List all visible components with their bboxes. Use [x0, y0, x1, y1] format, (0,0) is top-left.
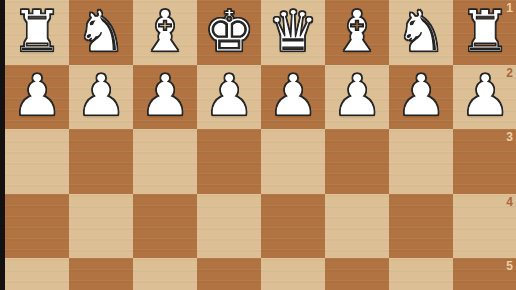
- square-g2[interactable]: ♟: [69, 65, 133, 130]
- square-a4[interactable]: 4: [453, 194, 516, 259]
- square-f3[interactable]: [133, 129, 197, 194]
- white-pawn[interactable]: ♟: [203, 67, 254, 124]
- white-king[interactable]: ♚: [203, 3, 254, 60]
- rank-label-2: 2: [506, 67, 513, 79]
- square-f1[interactable]: ♝: [133, 0, 197, 65]
- square-c3[interactable]: [325, 129, 389, 194]
- square-h5[interactable]: [5, 258, 69, 290]
- white-pawn[interactable]: ♟: [331, 67, 382, 124]
- rank-label-4: 4: [506, 196, 513, 208]
- square-b2[interactable]: ♟: [389, 65, 453, 130]
- square-h1[interactable]: ♜: [5, 0, 69, 65]
- white-queen[interactable]: ♛: [267, 3, 318, 60]
- square-h3[interactable]: [5, 129, 69, 194]
- square-e5[interactable]: [197, 258, 261, 290]
- square-g3[interactable]: [69, 129, 133, 194]
- square-d1[interactable]: ♛: [261, 0, 325, 65]
- square-b5[interactable]: [389, 258, 453, 290]
- square-d4[interactable]: [261, 194, 325, 259]
- white-pawn[interactable]: ♟: [11, 67, 62, 124]
- square-g5[interactable]: [69, 258, 133, 290]
- white-rook[interactable]: ♜: [11, 3, 62, 60]
- chess-board: ♜♞♝♚♛♝♞♜1♟♟♟♟♟♟♟♟2345: [5, 0, 516, 290]
- white-pawn[interactable]: ♟: [459, 67, 510, 124]
- square-f2[interactable]: ♟: [133, 65, 197, 130]
- square-h4[interactable]: [5, 194, 69, 259]
- rank-label-1: 1: [506, 2, 513, 14]
- square-b3[interactable]: [389, 129, 453, 194]
- square-c1[interactable]: ♝: [325, 0, 389, 65]
- square-f4[interactable]: [133, 194, 197, 259]
- square-e4[interactable]: [197, 194, 261, 259]
- square-g4[interactable]: [69, 194, 133, 259]
- square-c2[interactable]: ♟: [325, 65, 389, 130]
- square-a3[interactable]: 3: [453, 129, 516, 194]
- white-pawn[interactable]: ♟: [139, 67, 190, 124]
- square-b4[interactable]: [389, 194, 453, 259]
- square-f5[interactable]: [133, 258, 197, 290]
- white-pawn[interactable]: ♟: [75, 67, 126, 124]
- square-a2[interactable]: ♟2: [453, 65, 516, 130]
- square-d5[interactable]: [261, 258, 325, 290]
- square-g1[interactable]: ♞: [69, 0, 133, 65]
- white-pawn[interactable]: ♟: [267, 67, 318, 124]
- rank-label-5: 5: [506, 260, 513, 272]
- white-bishop[interactable]: ♝: [331, 3, 382, 60]
- square-c5[interactable]: [325, 258, 389, 290]
- white-knight[interactable]: ♞: [75, 3, 126, 60]
- square-e1[interactable]: ♚: [197, 0, 261, 65]
- white-knight[interactable]: ♞: [395, 3, 446, 60]
- board-viewport: ♜♞♝♚♛♝♞♜1♟♟♟♟♟♟♟♟2345: [0, 0, 516, 290]
- square-b1[interactable]: ♞: [389, 0, 453, 65]
- square-d2[interactable]: ♟: [261, 65, 325, 130]
- square-e3[interactable]: [197, 129, 261, 194]
- rank-label-3: 3: [506, 131, 513, 143]
- white-bishop[interactable]: ♝: [139, 3, 190, 60]
- page-left-edge: [0, 0, 5, 290]
- square-a5[interactable]: 5: [453, 258, 516, 290]
- square-h2[interactable]: ♟: [5, 65, 69, 130]
- square-a1[interactable]: ♜1: [453, 0, 516, 65]
- white-pawn[interactable]: ♟: [395, 67, 446, 124]
- white-rook[interactable]: ♜: [459, 3, 510, 60]
- square-e2[interactable]: ♟: [197, 65, 261, 130]
- square-c4[interactable]: [325, 194, 389, 259]
- square-d3[interactable]: [261, 129, 325, 194]
